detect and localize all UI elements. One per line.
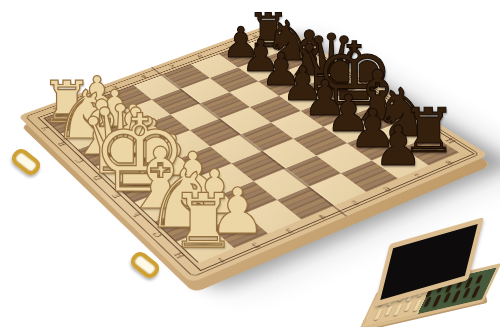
stored-dark-piece [463,288,471,298]
piece-black-pawn: ♟ [371,119,426,174]
stored-dark-piece [475,274,483,283]
stored-dark-piece [452,290,461,302]
stored-light-piece [413,299,422,311]
stored-dark-piece [432,294,441,306]
stored-light-piece [404,301,412,311]
piece-white-rook: ♜ [166,185,241,260]
stored-dark-piece [424,297,432,307]
stored-light-piece [393,303,402,315]
brass-latch-upper [8,146,43,179]
stored-light-piece [385,306,393,316]
stored-dark-piece [471,285,480,297]
product-photo-scene: AA11BB22CC33DD44EE55FF66GG77HH88 ♜♟♞♟♝♟♛… [0,0,500,327]
stored-dark-piece [443,292,451,302]
storage-box [358,230,500,327]
stored-light-piece [374,308,383,320]
